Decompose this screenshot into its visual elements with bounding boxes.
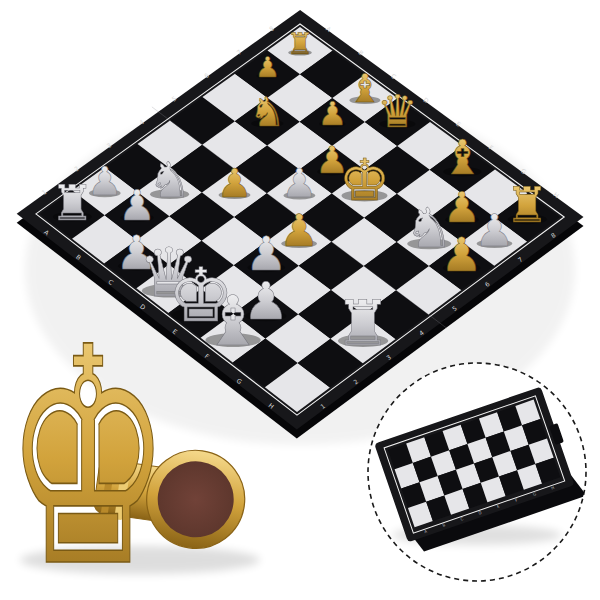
piece-silver-pawn-d5: ♟ (282, 160, 318, 206)
piece-silver-pawn-b2: ♟ (118, 181, 156, 230)
gold-king-glyph: ♚ (5, 283, 172, 600)
chess-product-scene: AABBCCDDEEFFGGHH1122334455667788♜♟♝♞♟♛♝♟… (0, 0, 600, 600)
piece-gold-king-e6: ♚ (339, 147, 390, 214)
piece-gold-knight-b6: ♞ (249, 89, 285, 136)
piece-gold-bishop-f8: ♝ (441, 130, 484, 185)
piece-silver-bishop-f1: ♝ (202, 281, 264, 361)
piece-gold-queen-d8: ♛ (377, 85, 417, 138)
piece-gold-pawn-c4: ♟ (217, 160, 253, 206)
folded-board-inset: ABCDEFGH (368, 363, 587, 581)
piece-silver-rook-h3: ♜ (335, 287, 391, 360)
piece-gold-pawn-c7: ♟ (318, 95, 347, 133)
piece-gold-pawn-h6: ♟ (441, 227, 483, 282)
piece-gold-rook-a8: ♜ (287, 26, 314, 61)
piece-silver-rook-a1: ♜ (50, 175, 94, 231)
chess-set-product-photo: AABBCCDDEEFFGGHH1122334455667788♜♟♝♞♟♛♝♟… (0, 0, 600, 600)
closeup-gold-king: ♚ (5, 283, 172, 600)
piece-gold-pawn-a7: ♟ (255, 51, 280, 84)
